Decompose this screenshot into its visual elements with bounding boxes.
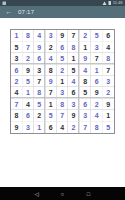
cell-r2c2[interactable]: 7 — [22, 41, 33, 52]
cell-r1c6[interactable]: 7 — [68, 30, 79, 41]
cell-r2c7[interactable]: 1 — [80, 41, 91, 52]
cell-r9c8[interactable]: 8 — [91, 122, 102, 133]
cell-r4c9[interactable]: 7 — [103, 64, 114, 75]
cell-r7c8[interactable]: 2 — [91, 99, 102, 110]
cell-r2c6[interactable]: 8 — [68, 41, 79, 52]
cell-r4c5[interactable]: 2 — [57, 64, 68, 75]
screen: 11:48 ← 07:17 18439725657926813432645197… — [0, 0, 125, 200]
cell-r1c3[interactable]: 4 — [34, 30, 45, 41]
cell-r4c8[interactable]: 1 — [91, 64, 102, 75]
cell-r5c1[interactable]: 2 — [11, 76, 22, 87]
cell-r1c9[interactable]: 6 — [103, 30, 114, 41]
nav-home-icon[interactable]: ○ — [60, 187, 66, 200]
cell-r7c4[interactable]: 1 — [45, 99, 56, 110]
cell-r8c4[interactable]: 5 — [45, 110, 56, 121]
cell-r3c9[interactable]: 8 — [103, 53, 114, 64]
cell-r8c6[interactable]: 9 — [68, 110, 79, 121]
game-timer: 07:17 — [18, 9, 34, 16]
cell-r6c6[interactable]: 6 — [68, 87, 79, 98]
cell-r1c8[interactable]: 5 — [91, 30, 102, 41]
cell-r7c7[interactable]: 6 — [80, 99, 91, 110]
cell-r1c1[interactable]: 1 — [11, 30, 22, 41]
cell-r5c8[interactable]: 6 — [91, 76, 102, 87]
cell-r6c5[interactable]: 3 — [57, 87, 68, 98]
cell-r4c6[interactable]: 5 — [68, 64, 79, 75]
cell-r8c1[interactable]: 8 — [11, 110, 22, 121]
android-nav-bar: ◁ ○ □ — [0, 187, 125, 200]
cell-r9c7[interactable]: 7 — [80, 122, 91, 133]
cell-r8c9[interactable]: 1 — [103, 110, 114, 121]
cell-r3c5[interactable]: 5 — [57, 53, 68, 64]
cell-r9c9[interactable]: 5 — [103, 122, 114, 133]
cell-r5c7[interactable]: 8 — [80, 76, 91, 87]
cell-r8c8[interactable]: 4 — [91, 110, 102, 121]
back-arrow-icon[interactable]: ← — [6, 6, 13, 18]
cell-r2c5[interactable]: 6 — [57, 41, 68, 52]
cell-r7c3[interactable]: 5 — [34, 99, 45, 110]
cell-r6c8[interactable]: 9 — [91, 87, 102, 98]
sudoku-board: 1843972565792681343264519786938254172579… — [10, 29, 115, 134]
cell-r7c5[interactable]: 8 — [57, 99, 68, 110]
cell-r3c8[interactable]: 7 — [91, 53, 102, 64]
nav-recents-icon[interactable]: □ — [86, 187, 92, 200]
cell-r1c7[interactable]: 2 — [80, 30, 91, 41]
cell-r7c2[interactable]: 4 — [22, 99, 33, 110]
cell-r1c5[interactable]: 9 — [57, 30, 68, 41]
cell-r7c9[interactable]: 9 — [103, 99, 114, 110]
battery-icon — [108, 1, 111, 5]
cell-r2c9[interactable]: 4 — [103, 41, 114, 52]
cell-r5c6[interactable]: 4 — [68, 76, 79, 87]
cell-r3c4[interactable]: 4 — [45, 53, 56, 64]
cell-r7c6[interactable]: 3 — [68, 99, 79, 110]
cell-r6c2[interactable]: 1 — [22, 87, 33, 98]
cell-r5c9[interactable]: 3 — [103, 76, 114, 87]
cell-r9c1[interactable]: 9 — [11, 122, 22, 133]
cell-r2c3[interactable]: 9 — [34, 41, 45, 52]
cell-r4c1[interactable]: 6 — [11, 64, 22, 75]
cell-r4c3[interactable]: 3 — [34, 64, 45, 75]
cell-r1c4[interactable]: 3 — [45, 30, 56, 41]
cell-r9c4[interactable]: 6 — [45, 122, 56, 133]
cell-r9c6[interactable]: 2 — [68, 122, 79, 133]
cell-r2c4[interactable]: 2 — [45, 41, 56, 52]
cell-r6c1[interactable]: 4 — [11, 87, 22, 98]
cell-r8c7[interactable]: 3 — [80, 110, 91, 121]
cell-r8c2[interactable]: 6 — [22, 110, 33, 121]
cell-r3c2[interactable]: 2 — [22, 53, 33, 64]
cell-r6c9[interactable]: 2 — [103, 87, 114, 98]
cell-r1c2[interactable]: 8 — [22, 30, 33, 41]
cell-r6c7[interactable]: 5 — [80, 87, 91, 98]
cell-r9c2[interactable]: 3 — [22, 122, 33, 133]
nav-back-icon[interactable]: ◁ — [34, 187, 40, 200]
cell-r6c3[interactable]: 8 — [34, 87, 45, 98]
cell-r4c2[interactable]: 9 — [22, 64, 33, 75]
cell-r3c3[interactable]: 6 — [34, 53, 45, 64]
cell-r5c5[interactable]: 1 — [57, 76, 68, 87]
cell-r3c6[interactable]: 1 — [68, 53, 79, 64]
cell-r9c5[interactable]: 4 — [57, 122, 68, 133]
cell-r4c7[interactable]: 4 — [80, 64, 91, 75]
cell-r4c4[interactable]: 8 — [45, 64, 56, 75]
cell-r2c1[interactable]: 5 — [11, 41, 22, 52]
wifi-icon — [102, 1, 106, 5]
cell-r9c3[interactable]: 1 — [34, 122, 45, 133]
app-bar: ← 07:17 — [0, 6, 125, 18]
cell-r5c4[interactable]: 9 — [45, 76, 56, 87]
cell-r3c7[interactable]: 9 — [80, 53, 91, 64]
cell-r6c4[interactable]: 7 — [45, 87, 56, 98]
cell-r8c3[interactable]: 2 — [34, 110, 45, 121]
cell-r7c1[interactable]: 7 — [11, 99, 22, 110]
cell-r3c1[interactable]: 3 — [11, 53, 22, 64]
cell-r8c5[interactable]: 7 — [57, 110, 68, 121]
cell-r5c2[interactable]: 5 — [22, 76, 33, 87]
notification-icon — [3, 1, 7, 5]
cell-r5c3[interactable]: 7 — [34, 76, 45, 87]
cell-r2c8[interactable]: 3 — [91, 41, 102, 52]
